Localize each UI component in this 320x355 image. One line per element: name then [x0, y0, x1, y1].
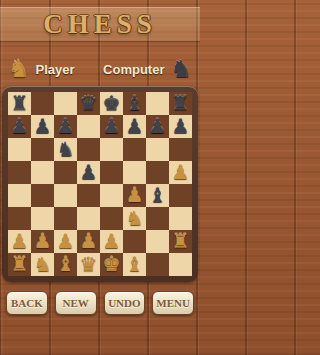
piece-black-pawn: ♟ — [126, 115, 144, 138]
square-f4[interactable]: ♟ — [123, 184, 146, 207]
player-label: Player — [36, 62, 75, 77]
square-c5[interactable] — [54, 161, 77, 184]
square-c8[interactable] — [54, 92, 77, 115]
player-bar: ♞ Player Computer ♞ — [0, 54, 200, 84]
square-b7[interactable]: ♟ — [31, 115, 54, 138]
piece-white-bishop: ♝ — [57, 253, 75, 276]
square-b5[interactable] — [31, 161, 54, 184]
piece-black-pawn: ♟ — [172, 115, 190, 138]
square-d4[interactable] — [77, 184, 100, 207]
square-e3[interactable] — [100, 207, 123, 230]
piece-white-king: ♚ — [103, 253, 121, 276]
square-g7[interactable]: ♟ — [146, 115, 169, 138]
gold-knight-icon: ♞ — [8, 57, 30, 81]
piece-black-pawn: ♟ — [57, 115, 75, 138]
square-g6[interactable] — [146, 138, 169, 161]
square-b3[interactable] — [31, 207, 54, 230]
square-h7[interactable]: ♟ — [169, 115, 192, 138]
square-a2[interactable]: ♟ — [8, 230, 31, 253]
square-f2[interactable] — [123, 230, 146, 253]
square-d7[interactable] — [77, 115, 100, 138]
square-h6[interactable] — [169, 138, 192, 161]
piece-black-rook: ♜ — [172, 92, 190, 115]
piece-white-pawn: ♟ — [103, 230, 121, 253]
square-h1[interactable] — [169, 253, 192, 276]
player-group-left: ♞ Player — [8, 57, 75, 81]
player-group-right: Computer ♞ — [103, 57, 192, 81]
piece-black-queen: ♛ — [80, 92, 98, 115]
square-g5[interactable] — [146, 161, 169, 184]
new-button[interactable]: NEW — [55, 291, 97, 315]
square-b2[interactable]: ♟ — [31, 230, 54, 253]
square-g4[interactable]: ♝ — [146, 184, 169, 207]
piece-white-rook: ♜ — [172, 230, 190, 253]
title-band: CHESS — [0, 7, 200, 41]
square-b6[interactable] — [31, 138, 54, 161]
square-c7[interactable]: ♟ — [54, 115, 77, 138]
square-f5[interactable] — [123, 161, 146, 184]
square-d1[interactable]: ♛ — [77, 253, 100, 276]
square-h4[interactable] — [169, 184, 192, 207]
square-d2[interactable]: ♟ — [77, 230, 100, 253]
square-f7[interactable]: ♟ — [123, 115, 146, 138]
piece-black-pawn: ♟ — [103, 115, 121, 138]
piece-white-pawn: ♟ — [80, 230, 98, 253]
square-a6[interactable] — [8, 138, 31, 161]
piece-white-rook: ♜ — [11, 253, 29, 276]
square-f1[interactable]: ♝ — [123, 253, 146, 276]
app-title: CHESS — [43, 9, 157, 40]
square-b8[interactable] — [31, 92, 54, 115]
square-e7[interactable]: ♟ — [100, 115, 123, 138]
square-e2[interactable]: ♟ — [100, 230, 123, 253]
square-h3[interactable] — [169, 207, 192, 230]
square-b4[interactable] — [31, 184, 54, 207]
piece-white-bishop: ♝ — [126, 253, 144, 276]
piece-white-knight: ♞ — [34, 253, 52, 276]
piece-black-pawn: ♟ — [11, 115, 29, 138]
square-a7[interactable]: ♟ — [8, 115, 31, 138]
black-knight-icon: ♞ — [170, 57, 192, 81]
undo-button[interactable]: UNDO — [104, 291, 146, 315]
square-e4[interactable] — [100, 184, 123, 207]
square-d8[interactable]: ♛ — [77, 92, 100, 115]
piece-white-pawn: ♟ — [11, 230, 29, 253]
menu-button[interactable]: MENU — [152, 291, 194, 315]
square-f3[interactable]: ♞ — [123, 207, 146, 230]
square-d3[interactable] — [77, 207, 100, 230]
square-c1[interactable]: ♝ — [54, 253, 77, 276]
toolbar: BACK NEW UNDO MENU — [0, 291, 200, 315]
square-g8[interactable] — [146, 92, 169, 115]
computer-label: Computer — [103, 62, 164, 77]
piece-black-pawn: ♟ — [34, 115, 52, 138]
square-d5[interactable]: ♟ — [77, 161, 100, 184]
piece-black-pawn: ♟ — [149, 115, 167, 138]
square-c2[interactable]: ♟ — [54, 230, 77, 253]
piece-black-pawn: ♟ — [80, 161, 98, 184]
square-a8[interactable]: ♜ — [8, 92, 31, 115]
square-g3[interactable] — [146, 207, 169, 230]
piece-black-rook: ♜ — [11, 92, 29, 115]
piece-white-queen: ♛ — [80, 253, 98, 276]
square-f8[interactable]: ♝ — [123, 92, 146, 115]
piece-white-pawn: ♟ — [34, 230, 52, 253]
square-f6[interactable] — [123, 138, 146, 161]
square-e8[interactable]: ♚ — [100, 92, 123, 115]
piece-white-pawn: ♟ — [126, 184, 144, 207]
square-g1[interactable] — [146, 253, 169, 276]
square-e1[interactable]: ♚ — [100, 253, 123, 276]
square-d6[interactable] — [77, 138, 100, 161]
back-button[interactable]: BACK — [6, 291, 48, 315]
piece-black-bishop: ♝ — [149, 184, 167, 207]
square-e5[interactable] — [100, 161, 123, 184]
square-c4[interactable] — [54, 184, 77, 207]
chess-board: ♜♛♚♝♜♟♟♟♟♟♟♟♞♟♟♟♝♞♟♟♟♟♟♜♜♞♝♛♚♝ — [8, 92, 192, 276]
chess-board-frame: ♜♛♚♝♜♟♟♟♟♟♟♟♞♟♟♟♝♞♟♟♟♟♟♜♜♞♝♛♚♝ — [2, 86, 198, 282]
piece-white-knight: ♞ — [126, 207, 144, 230]
square-h2[interactable]: ♜ — [169, 230, 192, 253]
piece-white-pawn: ♟ — [172, 161, 190, 184]
piece-white-pawn: ♟ — [57, 230, 75, 253]
piece-black-bishop: ♝ — [126, 92, 144, 115]
piece-black-king: ♚ — [103, 92, 121, 115]
square-a3[interactable] — [8, 207, 31, 230]
square-b1[interactable]: ♞ — [31, 253, 54, 276]
square-a1[interactable]: ♜ — [8, 253, 31, 276]
square-a5[interactable] — [8, 161, 31, 184]
square-h5[interactable]: ♟ — [169, 161, 192, 184]
square-h8[interactable]: ♜ — [169, 92, 192, 115]
piece-black-knight: ♞ — [57, 138, 75, 161]
square-e6[interactable] — [100, 138, 123, 161]
square-c3[interactable] — [54, 207, 77, 230]
square-g2[interactable] — [146, 230, 169, 253]
square-a4[interactable] — [8, 184, 31, 207]
square-c6[interactable]: ♞ — [54, 138, 77, 161]
